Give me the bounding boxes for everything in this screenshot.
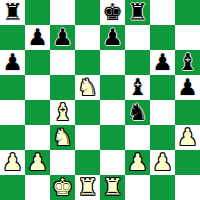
square-h4[interactable] [175,100,200,125]
white-pawn: ♟ [127,150,148,175]
square-e4[interactable] [100,100,125,125]
black-pawn: ♟ [27,25,48,50]
black-rook: ♜ [2,0,23,25]
white-pawn: ♟ [177,125,198,150]
square-c5[interactable] [50,75,75,100]
square-f5[interactable]: ♝ [125,75,150,100]
square-f7[interactable] [125,25,150,50]
square-g3[interactable] [150,125,175,150]
square-a2[interactable]: ♟ [0,150,25,175]
square-b4[interactable] [25,100,50,125]
black-bishop: ♝ [177,50,198,75]
square-a3[interactable] [0,125,25,150]
square-c8[interactable] [50,0,75,25]
square-b7[interactable]: ♟ [25,25,50,50]
square-d1[interactable]: ♜ [75,175,100,200]
square-d7[interactable] [75,25,100,50]
square-g7[interactable] [150,25,175,50]
square-b8[interactable] [25,0,50,25]
square-d5[interactable]: ♞ [75,75,100,100]
square-f8[interactable]: ♜ [125,0,150,25]
square-g8[interactable] [150,0,175,25]
square-e2[interactable] [100,150,125,175]
square-a7[interactable] [0,25,25,50]
black-rook: ♜ [127,0,148,25]
square-c3[interactable]: ♞ [50,125,75,150]
square-a8[interactable]: ♜ [0,0,25,25]
white-pawn: ♟ [2,150,23,175]
square-e1[interactable]: ♜ [100,175,125,200]
square-h7[interactable] [175,25,200,50]
square-b6[interactable] [25,50,50,75]
square-a6[interactable]: ♟ [0,50,25,75]
square-g2[interactable]: ♟ [150,150,175,175]
square-h5[interactable]: ♟ [175,75,200,100]
square-f6[interactable] [125,50,150,75]
square-h3[interactable]: ♟ [175,125,200,150]
black-king: ♚ [102,0,123,25]
black-pawn: ♟ [152,50,173,75]
square-b2[interactable]: ♟ [25,150,50,175]
white-rook: ♜ [102,175,123,200]
square-g1[interactable] [150,175,175,200]
black-pawn: ♟ [52,25,73,50]
black-pawn: ♟ [2,50,23,75]
square-c2[interactable] [50,150,75,175]
square-h2[interactable] [175,150,200,175]
square-e7[interactable]: ♟ [100,25,125,50]
white-bishop: ♝ [52,100,73,125]
black-pawn: ♟ [102,25,123,50]
black-knight: ♞ [127,100,148,125]
square-g4[interactable] [150,100,175,125]
square-c1[interactable]: ♚ [50,175,75,200]
white-knight: ♞ [77,75,98,100]
chess-board: ♜♚♜♟♟♟♟♟♝♞♝♟♝♞♞♟♟♟♟♟♚♜♜ [0,0,200,200]
square-a5[interactable] [0,75,25,100]
black-bishop: ♝ [127,75,148,100]
square-d8[interactable] [75,0,100,25]
square-e3[interactable] [100,125,125,150]
square-c7[interactable]: ♟ [50,25,75,50]
white-king: ♚ [52,175,73,200]
black-pawn: ♟ [177,75,198,100]
square-d6[interactable] [75,50,100,75]
square-c4[interactable]: ♝ [50,100,75,125]
square-b1[interactable] [25,175,50,200]
white-knight: ♞ [52,125,73,150]
square-d4[interactable] [75,100,100,125]
square-g6[interactable]: ♟ [150,50,175,75]
square-a1[interactable] [0,175,25,200]
square-d3[interactable] [75,125,100,150]
square-g5[interactable] [150,75,175,100]
white-pawn: ♟ [27,150,48,175]
square-h6[interactable]: ♝ [175,50,200,75]
square-f1[interactable] [125,175,150,200]
square-d2[interactable] [75,150,100,175]
white-rook: ♜ [77,175,98,200]
square-h1[interactable] [175,175,200,200]
square-e8[interactable]: ♚ [100,0,125,25]
square-f2[interactable]: ♟ [125,150,150,175]
square-e5[interactable] [100,75,125,100]
square-f4[interactable]: ♞ [125,100,150,125]
square-c6[interactable] [50,50,75,75]
square-b5[interactable] [25,75,50,100]
square-f3[interactable] [125,125,150,150]
square-e6[interactable] [100,50,125,75]
white-pawn: ♟ [152,150,173,175]
square-h8[interactable] [175,0,200,25]
square-a4[interactable] [0,100,25,125]
square-b3[interactable] [25,125,50,150]
